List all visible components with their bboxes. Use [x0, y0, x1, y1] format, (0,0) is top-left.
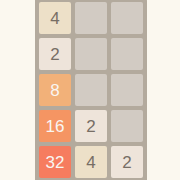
- empty-cell-r1c3: [111, 2, 143, 34]
- tile-2-r2c1: 2: [39, 38, 71, 70]
- tile-16-r4c1: 16: [39, 110, 71, 142]
- 2048-board-grid[interactable]: 4281623242: [35, 0, 147, 180]
- empty-cell-r2c2: [75, 38, 107, 70]
- empty-cell-r4c3: [111, 110, 143, 142]
- tile-4-r1c1: 4: [39, 2, 71, 34]
- empty-cell-r3c3: [111, 74, 143, 106]
- empty-cell-r2c3: [111, 38, 143, 70]
- empty-cell-r1c2: [75, 2, 107, 34]
- empty-cell-r3c2: [75, 74, 107, 106]
- tile-32-r5c1: 32: [39, 146, 71, 178]
- tile-4-r5c2: 4: [75, 146, 107, 178]
- tile-8-r3c1: 8: [39, 74, 71, 106]
- tile-2-r4c2: 2: [75, 110, 107, 142]
- tile-2-r5c3: 2: [111, 146, 143, 178]
